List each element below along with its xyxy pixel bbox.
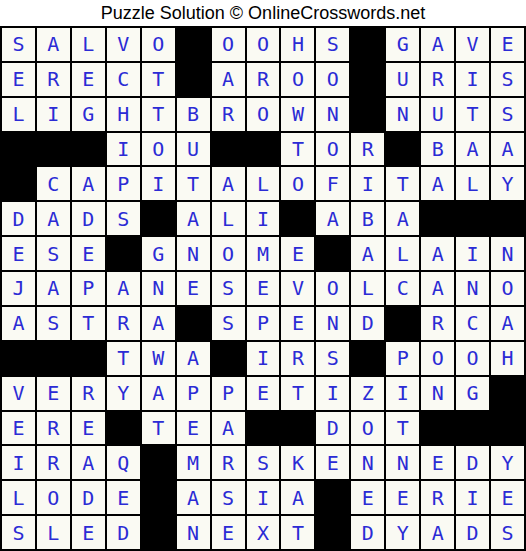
- letter-cell: P: [177, 377, 210, 410]
- black-cell: [456, 412, 489, 445]
- letter-cell: L: [212, 202, 245, 235]
- letter-cell: D: [456, 516, 489, 549]
- letter-cell: N: [142, 272, 175, 305]
- letter-cell: A: [142, 307, 175, 340]
- letter-cell: G: [456, 377, 489, 410]
- crossword-grid: SALVOOOHSGAVEERECTAROOURISLIGHTBROWNNUTS…: [0, 26, 526, 551]
- letter-cell: O: [316, 133, 349, 166]
- letter-cell: E: [72, 63, 105, 96]
- letter-cell: W: [142, 342, 175, 375]
- letter-cell: T: [281, 133, 314, 166]
- letter-cell: E: [2, 412, 35, 445]
- letter-cell: E: [247, 377, 280, 410]
- letter-cell: B: [351, 202, 384, 235]
- letter-cell: Y: [491, 167, 524, 200]
- letter-cell: O: [491, 272, 524, 305]
- letter-cell: V: [2, 377, 35, 410]
- black-cell: [2, 342, 35, 375]
- black-cell: [37, 133, 70, 166]
- letter-cell: Y: [107, 377, 140, 410]
- letter-cell: V: [107, 28, 140, 61]
- letter-cell: I: [107, 133, 140, 166]
- letter-cell: D: [351, 307, 384, 340]
- letter-cell: A: [421, 516, 454, 549]
- letter-cell: A: [421, 237, 454, 270]
- letter-cell: E: [281, 237, 314, 270]
- letter-cell: S: [107, 202, 140, 235]
- letter-cell: E: [2, 237, 35, 270]
- letter-cell: S: [491, 516, 524, 549]
- letter-cell: E: [351, 481, 384, 514]
- letter-cell: A: [456, 133, 489, 166]
- letter-cell: R: [247, 63, 280, 96]
- letter-cell: P: [386, 342, 419, 375]
- letter-cell: S: [37, 307, 70, 340]
- letter-cell: S: [212, 272, 245, 305]
- letter-cell: H: [491, 342, 524, 375]
- letter-cell: J: [2, 272, 35, 305]
- black-cell: [142, 202, 175, 235]
- black-cell: [72, 133, 105, 166]
- letter-cell: A: [177, 342, 210, 375]
- letter-cell: A: [107, 272, 140, 305]
- letter-cell: A: [421, 28, 454, 61]
- black-cell: [37, 342, 70, 375]
- letter-cell: S: [212, 307, 245, 340]
- letter-cell: V: [456, 28, 489, 61]
- black-cell: [142, 481, 175, 514]
- letter-cell: B: [177, 98, 210, 131]
- letter-cell: R: [37, 446, 70, 479]
- letter-cell: N: [386, 98, 419, 131]
- black-cell: [247, 133, 280, 166]
- letter-cell: E: [177, 412, 210, 445]
- letter-cell: O: [316, 63, 349, 96]
- letter-cell: I: [351, 167, 384, 200]
- black-cell: [281, 202, 314, 235]
- puzzle-page: Puzzle Solution © OnlineCrosswords.net S…: [0, 0, 526, 551]
- letter-cell: M: [247, 237, 280, 270]
- black-cell: [177, 63, 210, 96]
- black-cell: [351, 28, 384, 61]
- letter-cell: U: [386, 63, 419, 96]
- letter-cell: R: [421, 307, 454, 340]
- black-cell: [2, 133, 35, 166]
- letter-cell: A: [212, 167, 245, 200]
- black-cell: [491, 412, 524, 445]
- letter-cell: C: [386, 272, 419, 305]
- letter-cell: E: [72, 237, 105, 270]
- letter-cell: O: [316, 272, 349, 305]
- letter-cell: A: [351, 237, 384, 270]
- letter-cell: O: [281, 167, 314, 200]
- letter-cell: E: [72, 516, 105, 549]
- letter-cell: A: [177, 481, 210, 514]
- black-cell: [491, 202, 524, 235]
- letter-cell: C: [37, 167, 70, 200]
- letter-cell: L: [386, 237, 419, 270]
- letter-cell: I: [316, 377, 349, 410]
- page-title: Puzzle Solution © OnlineCrosswords.net: [0, 0, 526, 26]
- letter-cell: P: [212, 377, 245, 410]
- letter-cell: I: [247, 202, 280, 235]
- letter-cell: S: [2, 28, 35, 61]
- letter-cell: R: [351, 133, 384, 166]
- letter-cell: M: [177, 446, 210, 479]
- letter-cell: S: [491, 63, 524, 96]
- letter-cell: D: [351, 516, 384, 549]
- letter-cell: A: [177, 202, 210, 235]
- letter-cell: R: [107, 307, 140, 340]
- letter-cell: O: [281, 63, 314, 96]
- letter-cell: D: [316, 412, 349, 445]
- letter-cell: T: [107, 342, 140, 375]
- letter-cell: I: [386, 377, 419, 410]
- letter-cell: N: [316, 98, 349, 131]
- letter-cell: C: [456, 307, 489, 340]
- letter-cell: I: [247, 481, 280, 514]
- letter-cell: B: [421, 133, 454, 166]
- letter-cell: E: [491, 481, 524, 514]
- letter-cell: R: [421, 481, 454, 514]
- letter-cell: R: [37, 63, 70, 96]
- letter-cell: O: [142, 28, 175, 61]
- letter-cell: A: [72, 167, 105, 200]
- letter-cell: L: [37, 516, 70, 549]
- letter-cell: T: [142, 98, 175, 131]
- letter-cell: S: [316, 342, 349, 375]
- letter-cell: O: [247, 98, 280, 131]
- letter-cell: L: [351, 272, 384, 305]
- letter-cell: Z: [351, 377, 384, 410]
- black-cell: [351, 63, 384, 96]
- letter-cell: D: [72, 202, 105, 235]
- letter-cell: V: [281, 272, 314, 305]
- letter-cell: T: [177, 167, 210, 200]
- black-cell: [316, 237, 349, 270]
- letter-cell: R: [37, 412, 70, 445]
- letter-cell: E: [72, 412, 105, 445]
- letter-cell: O: [37, 481, 70, 514]
- black-cell: [212, 342, 245, 375]
- letter-cell: O: [351, 412, 384, 445]
- letter-cell: O: [212, 237, 245, 270]
- letter-cell: P: [107, 167, 140, 200]
- letter-cell: U: [421, 98, 454, 131]
- black-cell: [72, 342, 105, 375]
- letter-cell: A: [37, 272, 70, 305]
- letter-cell: L: [2, 98, 35, 131]
- black-cell: [177, 28, 210, 61]
- letter-cell: Q: [107, 446, 140, 479]
- letter-cell: N: [456, 272, 489, 305]
- letter-cell: G: [142, 237, 175, 270]
- letter-cell: E: [316, 446, 349, 479]
- black-cell: [351, 98, 384, 131]
- letter-cell: N: [177, 516, 210, 549]
- letter-cell: A: [386, 202, 419, 235]
- letter-cell: N: [351, 446, 384, 479]
- letter-cell: T: [142, 412, 175, 445]
- letter-cell: D: [2, 202, 35, 235]
- letter-cell: O: [456, 342, 489, 375]
- letter-cell: N: [386, 446, 419, 479]
- letter-cell: O: [247, 28, 280, 61]
- letter-cell: X: [247, 516, 280, 549]
- black-cell: [247, 412, 280, 445]
- letter-cell: A: [491, 307, 524, 340]
- letter-cell: A: [421, 272, 454, 305]
- letter-cell: K: [281, 446, 314, 479]
- letter-cell: L: [2, 481, 35, 514]
- letter-cell: G: [386, 28, 419, 61]
- black-cell: [142, 446, 175, 479]
- letter-cell: W: [281, 98, 314, 131]
- letter-cell: N: [421, 377, 454, 410]
- letter-cell: H: [107, 98, 140, 131]
- letter-cell: A: [491, 133, 524, 166]
- letter-cell: A: [37, 28, 70, 61]
- black-cell: [316, 481, 349, 514]
- letter-cell: I: [142, 167, 175, 200]
- letter-cell: R: [421, 63, 454, 96]
- letter-cell: G: [72, 98, 105, 131]
- letter-cell: T: [456, 98, 489, 131]
- black-cell: [456, 202, 489, 235]
- letter-cell: A: [2, 307, 35, 340]
- letter-cell: T: [281, 377, 314, 410]
- letter-cell: O: [421, 342, 454, 375]
- letter-cell: E: [107, 481, 140, 514]
- letter-cell: E: [421, 446, 454, 479]
- letter-cell: A: [72, 446, 105, 479]
- black-cell: [386, 307, 419, 340]
- letter-cell: I: [247, 342, 280, 375]
- black-cell: [107, 237, 140, 270]
- letter-cell: N: [177, 237, 210, 270]
- letter-cell: I: [456, 237, 489, 270]
- letter-cell: C: [107, 63, 140, 96]
- letter-cell: L: [456, 167, 489, 200]
- letter-cell: R: [212, 446, 245, 479]
- letter-cell: E: [212, 516, 245, 549]
- letter-cell: A: [316, 202, 349, 235]
- letter-cell: T: [281, 516, 314, 549]
- letter-cell: S: [2, 516, 35, 549]
- letter-cell: R: [212, 98, 245, 131]
- letter-cell: E: [247, 272, 280, 305]
- letter-cell: I: [456, 481, 489, 514]
- letter-cell: I: [37, 98, 70, 131]
- letter-cell: P: [247, 307, 280, 340]
- letter-cell: T: [386, 412, 419, 445]
- black-cell: [177, 307, 210, 340]
- black-cell: [421, 412, 454, 445]
- letter-cell: O: [212, 28, 245, 61]
- black-cell: [491, 377, 524, 410]
- letter-cell: T: [72, 307, 105, 340]
- letter-cell: N: [316, 307, 349, 340]
- letter-cell: A: [212, 63, 245, 96]
- letter-cell: D: [107, 516, 140, 549]
- letter-cell: A: [142, 377, 175, 410]
- letter-cell: Y: [386, 516, 419, 549]
- letter-cell: T: [386, 167, 419, 200]
- black-cell: [386, 133, 419, 166]
- letter-cell: S: [37, 237, 70, 270]
- letter-cell: A: [37, 202, 70, 235]
- letter-cell: R: [281, 342, 314, 375]
- letter-cell: P: [72, 272, 105, 305]
- letter-cell: O: [142, 133, 175, 166]
- black-cell: [142, 516, 175, 549]
- black-cell: [421, 202, 454, 235]
- letter-cell: E: [386, 481, 419, 514]
- letter-cell: S: [316, 28, 349, 61]
- black-cell: [351, 342, 384, 375]
- black-cell: [2, 167, 35, 200]
- letter-cell: F: [316, 167, 349, 200]
- black-cell: [212, 133, 245, 166]
- letter-cell: E: [177, 272, 210, 305]
- letter-cell: E: [2, 63, 35, 96]
- letter-cell: H: [281, 28, 314, 61]
- letter-cell: D: [456, 446, 489, 479]
- letter-cell: E: [281, 307, 314, 340]
- black-cell: [281, 412, 314, 445]
- letter-cell: R: [72, 377, 105, 410]
- letter-cell: S: [247, 446, 280, 479]
- letter-cell: S: [491, 98, 524, 131]
- black-cell: [316, 516, 349, 549]
- letter-cell: I: [456, 63, 489, 96]
- letter-cell: L: [72, 28, 105, 61]
- letter-cell: E: [37, 377, 70, 410]
- letter-cell: A: [212, 412, 245, 445]
- letter-cell: E: [491, 28, 524, 61]
- letter-cell: A: [421, 167, 454, 200]
- letter-cell: N: [491, 237, 524, 270]
- letter-cell: I: [2, 446, 35, 479]
- letter-cell: Y: [491, 446, 524, 479]
- letter-cell: A: [281, 481, 314, 514]
- black-cell: [107, 412, 140, 445]
- letter-cell: U: [177, 133, 210, 166]
- letter-cell: T: [142, 63, 175, 96]
- letter-cell: S: [212, 481, 245, 514]
- letter-cell: D: [72, 481, 105, 514]
- letter-cell: L: [247, 167, 280, 200]
